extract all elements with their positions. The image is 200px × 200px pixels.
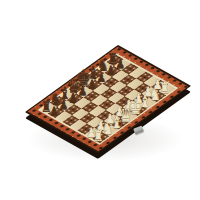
photo-canvas: ♜♞♝♛♚♝♞♜♟♟♟♟♟♟♟♟♟♟♟♟♟♟♟♟♜♞♝♛♚♝♞♜ (0, 0, 200, 200)
